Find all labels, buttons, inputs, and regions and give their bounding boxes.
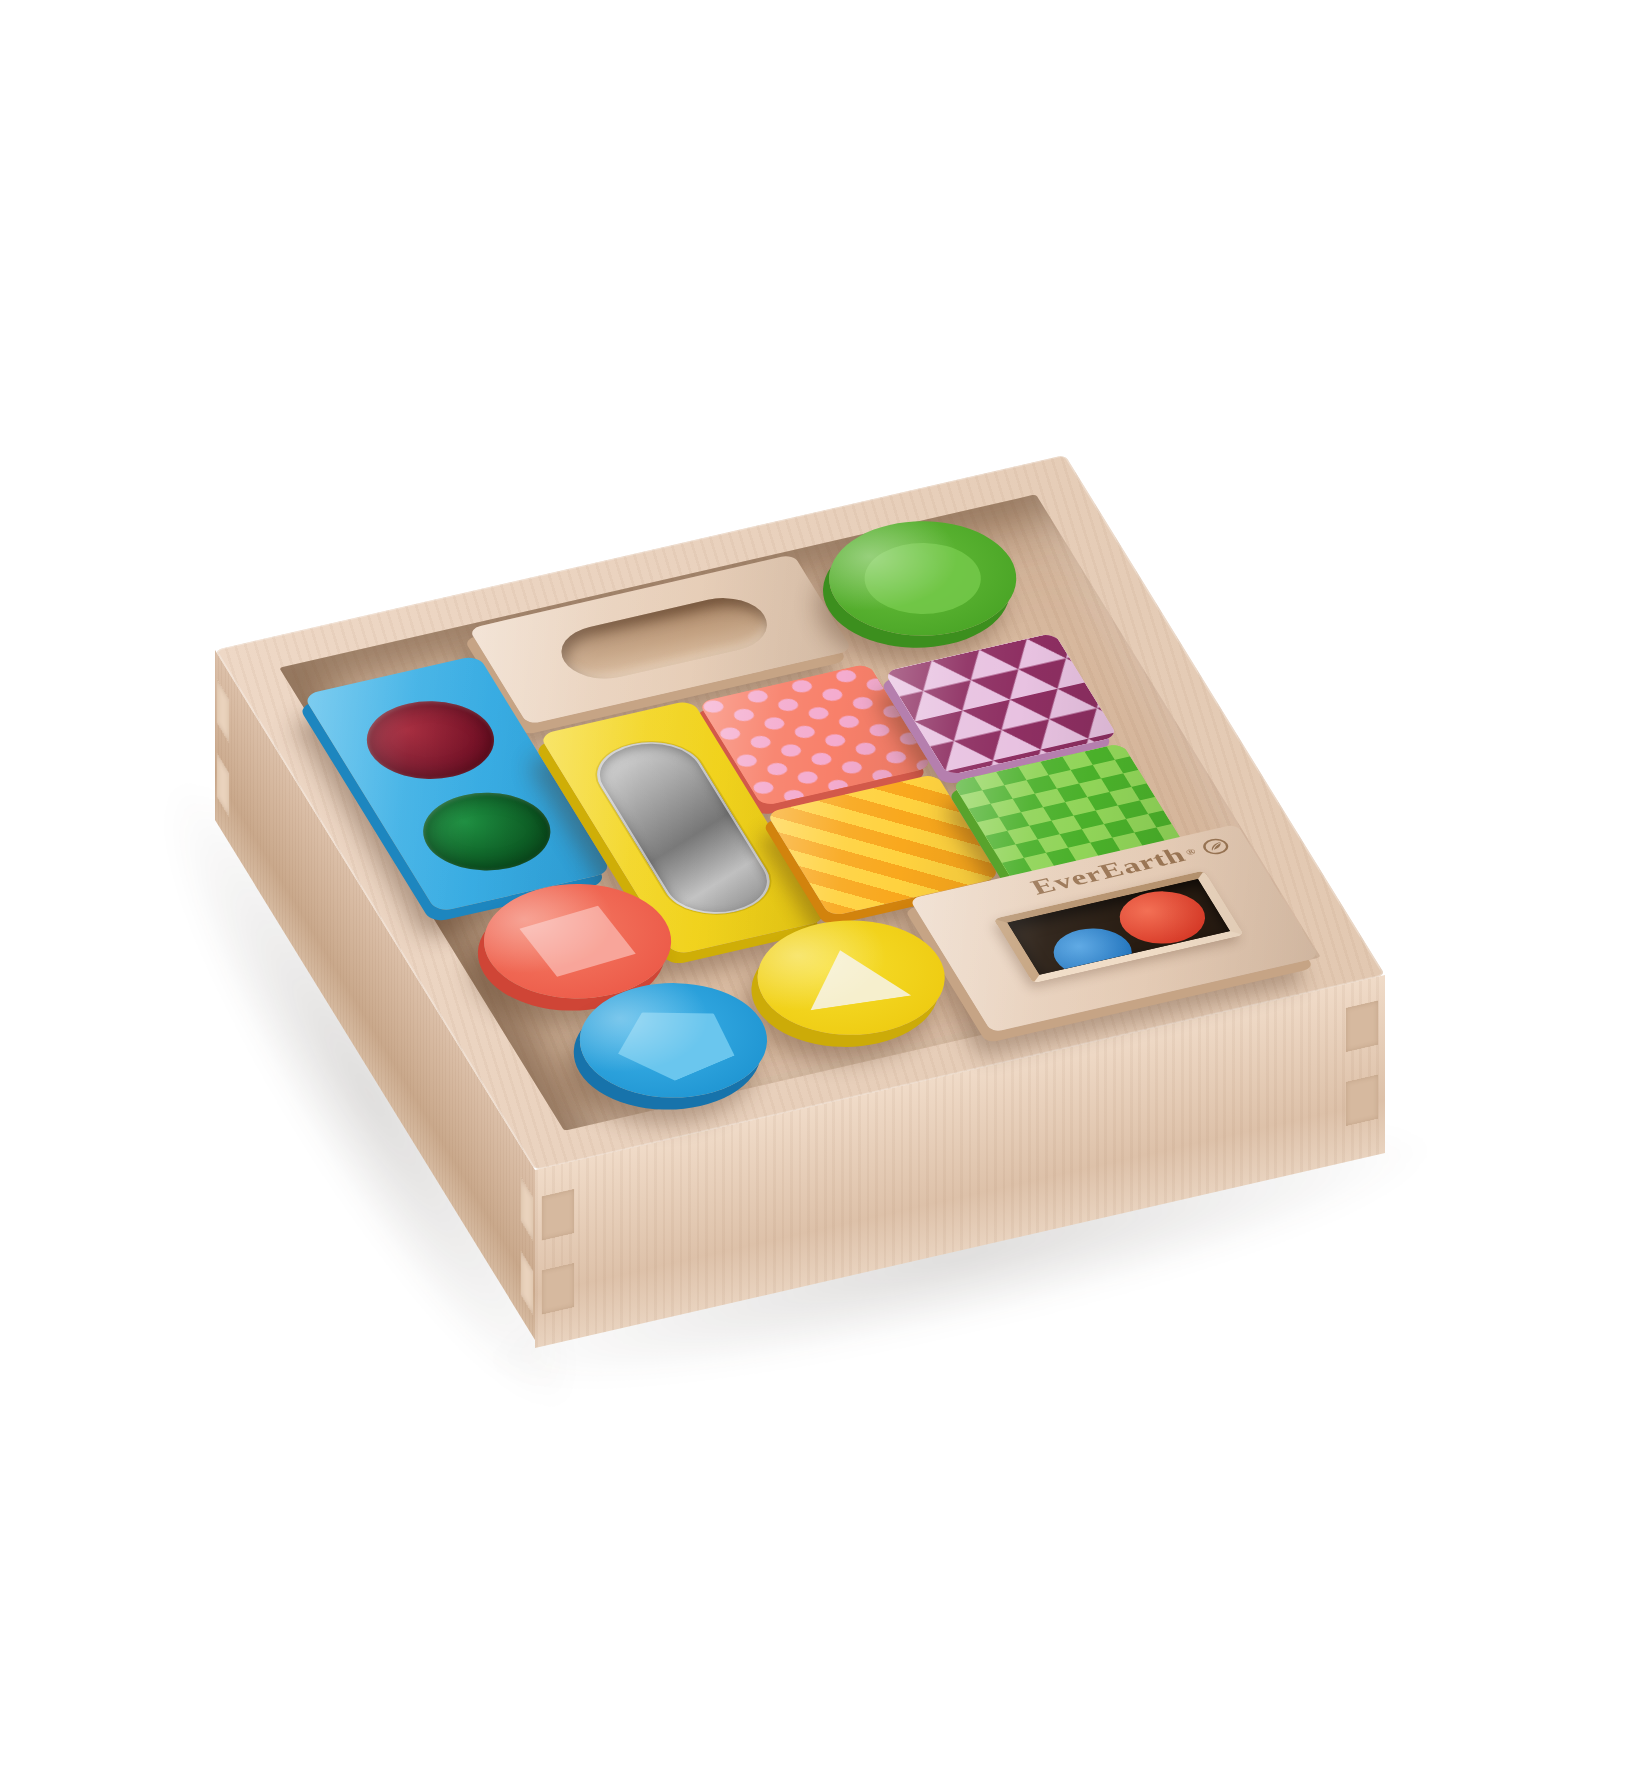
rattle-window [993,870,1243,983]
triangle-decor [784,940,916,1013]
red-foil-circle [349,690,513,790]
finger-joint-tab [542,1189,574,1240]
pentagon-decor [594,992,753,1088]
square-decor [519,906,635,977]
product-photo-stage: EverEarth® [0,0,1639,1776]
registered-mark: ® [1184,847,1199,858]
handle-recess [549,590,779,686]
brand-leaf-icon [1197,835,1234,858]
green-circle-decor [848,533,998,625]
green-foil-circle [405,781,569,881]
finger-joint-tab [542,1263,574,1314]
finger-joint-tab [1346,1001,1378,1052]
finger-joint-tab [1346,1075,1378,1126]
